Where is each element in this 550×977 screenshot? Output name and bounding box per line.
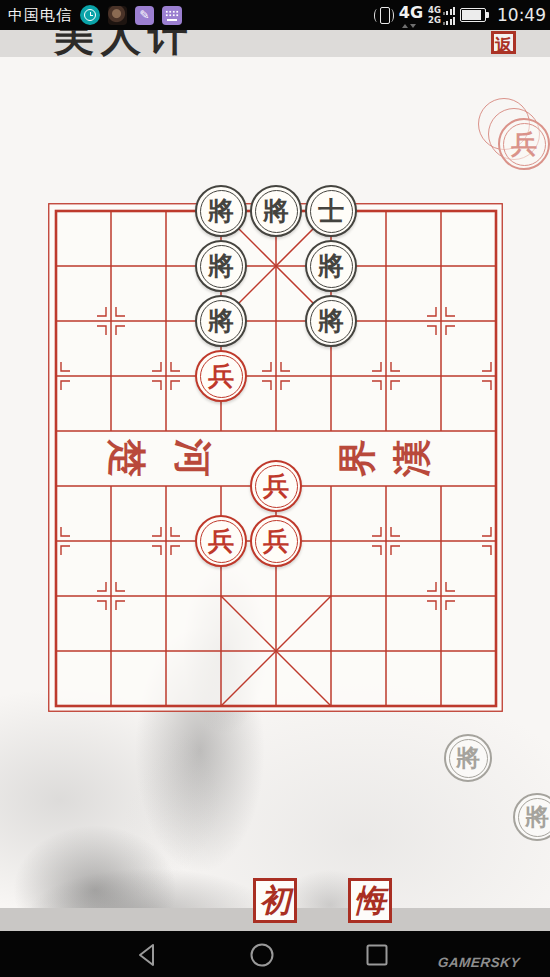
- board-cell[interactable]: 將: [194, 294, 249, 349]
- board-cell[interactable]: [194, 404, 249, 459]
- dual-sim-signal-icon: 4G 2G: [428, 6, 455, 25]
- board-cell[interactable]: [414, 459, 469, 514]
- board-cell[interactable]: [469, 349, 524, 404]
- board-cell[interactable]: [249, 239, 304, 294]
- board-cell[interactable]: 將: [194, 239, 249, 294]
- board-cell[interactable]: [304, 349, 359, 404]
- board-cell[interactable]: 兵: [194, 349, 249, 404]
- board-cell[interactable]: [139, 294, 194, 349]
- board-cell[interactable]: [414, 239, 469, 294]
- clock-label: 10:49: [497, 5, 546, 25]
- board-cell[interactable]: 兵: [249, 459, 304, 514]
- board-cell[interactable]: [304, 514, 359, 569]
- xiangqi-board[interactable]: 楚 河 界 漢 將將士將將將將兵兵兵兵: [48, 203, 503, 712]
- keyboard-icon: [162, 6, 182, 25]
- board-cell[interactable]: [304, 569, 359, 624]
- board-cell[interactable]: [304, 624, 359, 679]
- board-cell[interactable]: [29, 624, 84, 679]
- board-cell[interactable]: [414, 184, 469, 239]
- black-piece-將[interactable]: 將: [250, 185, 302, 237]
- gamersky-watermark: GAMERSKY: [437, 955, 521, 970]
- board-cell[interactable]: [359, 514, 414, 569]
- board-cell[interactable]: [84, 239, 139, 294]
- board-cell[interactable]: [84, 459, 139, 514]
- board-cell[interactable]: [84, 184, 139, 239]
- carrier-label: 中国电信: [8, 6, 72, 25]
- stamp-char: 兵: [511, 127, 537, 162]
- board-cell[interactable]: [304, 404, 359, 459]
- black-piece-將[interactable]: 將: [195, 240, 247, 292]
- board-cell[interactable]: [359, 679, 414, 734]
- board-cell[interactable]: [469, 404, 524, 459]
- black-piece-將[interactable]: 將: [195, 185, 247, 237]
- board-cell[interactable]: [84, 294, 139, 349]
- board-cell[interactable]: [194, 679, 249, 734]
- board-cell[interactable]: [29, 349, 84, 404]
- board-cell[interactable]: 將: [249, 184, 304, 239]
- board-cell[interactable]: [139, 679, 194, 734]
- board-cell[interactable]: [84, 404, 139, 459]
- nav-back-icon[interactable]: [134, 942, 160, 968]
- alarm-icon: [80, 5, 100, 25]
- black-piece-士[interactable]: 士: [305, 185, 357, 237]
- board-cell[interactable]: [359, 184, 414, 239]
- board-cell[interactable]: [84, 349, 139, 404]
- board-cell[interactable]: [249, 404, 304, 459]
- board-cell[interactable]: [139, 349, 194, 404]
- page-title: 美人计: [54, 30, 195, 57]
- board-cell[interactable]: 將: [194, 184, 249, 239]
- vibrate-icon: [374, 6, 394, 24]
- board-cell[interactable]: [139, 624, 194, 679]
- board-cell[interactable]: [249, 569, 304, 624]
- board-cell[interactable]: [359, 404, 414, 459]
- board-cell[interactable]: [469, 624, 524, 679]
- board-cell[interactable]: [194, 624, 249, 679]
- board-cell[interactable]: [84, 569, 139, 624]
- board-cell[interactable]: [29, 184, 84, 239]
- board-cell[interactable]: [469, 184, 524, 239]
- board-cell[interactable]: [469, 514, 524, 569]
- board-cell[interactable]: [29, 459, 84, 514]
- header: 美人计 返: [0, 30, 550, 57]
- black-piece-將[interactable]: 將: [305, 295, 357, 347]
- board-cell[interactable]: [194, 459, 249, 514]
- note-icon: ✎: [135, 6, 154, 25]
- board-cell[interactable]: [194, 569, 249, 624]
- board-cell[interactable]: [304, 459, 359, 514]
- battery-icon: [460, 8, 490, 22]
- android-nav-bar: GAMERSKY: [0, 931, 550, 977]
- board-cell[interactable]: [139, 514, 194, 569]
- board-cell[interactable]: [359, 294, 414, 349]
- board-cell[interactable]: [139, 569, 194, 624]
- captured-piece-1: 將: [444, 734, 492, 782]
- board-cell[interactable]: [304, 679, 359, 734]
- board-cell[interactable]: 士: [304, 184, 359, 239]
- red-piece-兵[interactable]: 兵: [250, 460, 302, 512]
- board-cell[interactable]: 將: [304, 239, 359, 294]
- board-cell[interactable]: 將: [304, 294, 359, 349]
- board-cell[interactable]: [249, 679, 304, 734]
- board-cell[interactable]: [414, 624, 469, 679]
- black-piece-將[interactable]: 將: [195, 295, 247, 347]
- black-piece-將[interactable]: 將: [305, 240, 357, 292]
- captured-piece-2: 將: [513, 793, 550, 841]
- board-cell[interactable]: [139, 459, 194, 514]
- status-left-group: 中国电信 ✎: [0, 5, 182, 25]
- board-cell[interactable]: [469, 569, 524, 624]
- nav-recents-icon[interactable]: [364, 942, 390, 968]
- board-cell[interactable]: [29, 404, 84, 459]
- board-cell[interactable]: [414, 404, 469, 459]
- board-cell[interactable]: [29, 294, 84, 349]
- data-arrows-icon: [402, 24, 416, 28]
- board-cell[interactable]: [359, 239, 414, 294]
- board-cell[interactable]: [139, 184, 194, 239]
- board-cell[interactable]: [139, 404, 194, 459]
- board-cell[interactable]: [249, 624, 304, 679]
- board-cell[interactable]: 兵: [249, 514, 304, 569]
- sim2-label: 2G: [428, 16, 441, 25]
- board-cell[interactable]: [414, 294, 469, 349]
- undo-button[interactable]: 悔: [348, 878, 392, 923]
- board-cell[interactable]: [359, 349, 414, 404]
- return-button[interactable]: 返: [491, 31, 516, 54]
- status-right-group: 4G 4G 2G 10:49: [374, 0, 546, 30]
- board-cell[interactable]: [84, 514, 139, 569]
- restart-button[interactable]: 初: [253, 878, 297, 923]
- nav-home-icon[interactable]: [249, 942, 275, 968]
- phone-screen: 中国电信 ✎ 4G 4G 2G 10:49 美人计 返 兵: [0, 0, 550, 977]
- board-cell[interactable]: [414, 569, 469, 624]
- board-cell[interactable]: [139, 239, 194, 294]
- board-cell[interactable]: [359, 569, 414, 624]
- board-cell[interactable]: 兵: [194, 514, 249, 569]
- board-cell[interactable]: [414, 349, 469, 404]
- board-cell[interactable]: [84, 679, 139, 734]
- board-cell[interactable]: [29, 239, 84, 294]
- status-bar: 中国电信 ✎ 4G 4G 2G 10:49: [0, 0, 550, 30]
- avatar-icon: [108, 6, 127, 25]
- sim1-label: 4G: [428, 6, 441, 15]
- board-cell[interactable]: [414, 514, 469, 569]
- board-cell[interactable]: [469, 294, 524, 349]
- board-cell[interactable]: [469, 239, 524, 294]
- board-cell[interactable]: [84, 624, 139, 679]
- network-type-label: 4G: [399, 3, 423, 28]
- board-cell[interactable]: [359, 459, 414, 514]
- red-piece-兵[interactable]: 兵: [195, 515, 247, 567]
- board-cell[interactable]: [414, 679, 469, 734]
- ghost-soldier-stamp: 兵: [478, 98, 550, 172]
- board-cell[interactable]: [469, 679, 524, 734]
- red-piece-兵[interactable]: 兵: [195, 350, 247, 402]
- board-cell[interactable]: [29, 679, 84, 734]
- board-cell[interactable]: [359, 624, 414, 679]
- board-cell[interactable]: [469, 459, 524, 514]
- red-piece-兵[interactable]: 兵: [250, 515, 302, 567]
- board-cell[interactable]: [249, 349, 304, 404]
- board-cell[interactable]: [249, 294, 304, 349]
- board-cell[interactable]: [29, 514, 84, 569]
- board-grid: 將將士將將將將兵兵兵兵: [29, 184, 524, 734]
- board-cell[interactable]: [29, 569, 84, 624]
